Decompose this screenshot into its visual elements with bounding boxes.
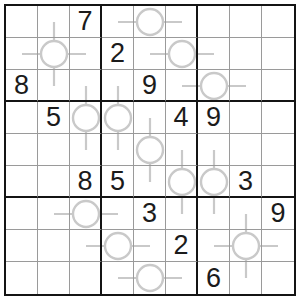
cell-r3c3[interactable]	[70, 70, 102, 102]
cell-r5c8[interactable]	[230, 134, 262, 166]
given-digit: 8	[77, 168, 92, 195]
cell-r3c9[interactable]	[262, 70, 294, 102]
given-digit: 2	[173, 232, 188, 259]
cell-r4c2: 5	[38, 102, 70, 134]
cell-r7c7[interactable]	[198, 198, 230, 230]
cell-r1c9[interactable]	[262, 6, 294, 38]
cell-r5c5[interactable]	[134, 134, 166, 166]
given-digit: 9	[142, 72, 157, 99]
cell-r6c2[interactable]	[38, 166, 70, 198]
cell-r5c1[interactable]	[6, 134, 38, 166]
cell-r3c7[interactable]	[198, 70, 230, 102]
cell-r7c8[interactable]	[230, 198, 262, 230]
cell-r2c4: 2	[102, 38, 134, 70]
cell-r9c1[interactable]	[6, 262, 38, 294]
cell-r2c3[interactable]	[70, 38, 102, 70]
cell-r8c5[interactable]	[134, 230, 166, 262]
cell-r5c7[interactable]	[198, 134, 230, 166]
cell-r2c6[interactable]	[166, 38, 198, 70]
cell-r5c6[interactable]	[166, 134, 198, 166]
cell-r2c7[interactable]	[198, 38, 230, 70]
cell-r6c6[interactable]	[166, 166, 198, 198]
cell-r6c5[interactable]	[134, 166, 166, 198]
cell-r4c3[interactable]	[70, 102, 102, 134]
cell-r4c6: 4	[166, 102, 198, 134]
given-digit: 5	[110, 168, 125, 195]
cell-r1c4[interactable]	[102, 6, 134, 38]
cell-r4c4[interactable]	[102, 102, 134, 134]
cell-r4c8[interactable]	[230, 102, 262, 134]
cell-r7c3[interactable]	[70, 198, 102, 230]
cell-r7c2[interactable]	[38, 198, 70, 230]
cell-r8c4[interactable]	[102, 230, 134, 262]
cell-r1c6[interactable]	[166, 6, 198, 38]
cell-r8c7[interactable]	[198, 230, 230, 262]
given-digit: 7	[77, 8, 92, 35]
cell-r1c8[interactable]	[230, 6, 262, 38]
cell-r2c2[interactable]	[38, 38, 70, 70]
cell-r8c8[interactable]	[230, 230, 262, 262]
cell-r9c9[interactable]	[262, 262, 294, 294]
cell-r2c5[interactable]	[134, 38, 166, 70]
cell-r3c2[interactable]	[38, 70, 70, 102]
cell-r5c9[interactable]	[262, 134, 294, 166]
cell-r4c9[interactable]	[262, 102, 294, 134]
cell-r1c7[interactable]	[198, 6, 230, 38]
cell-r9c6[interactable]	[166, 262, 198, 294]
cell-r3c1: 8	[6, 70, 38, 102]
cell-r4c5[interactable]	[134, 102, 166, 134]
cell-r5c2[interactable]	[38, 134, 70, 166]
cell-r8c9[interactable]	[262, 230, 294, 262]
cell-r8c2[interactable]	[38, 230, 70, 262]
cell-r3c4[interactable]	[102, 70, 134, 102]
cell-r5c3[interactable]	[70, 134, 102, 166]
cell-r2c9[interactable]	[262, 38, 294, 70]
given-digit: 6	[206, 265, 221, 292]
cell-r9c5[interactable]	[134, 262, 166, 294]
cell-r6c7[interactable]	[198, 166, 230, 198]
cell-r6c9[interactable]	[262, 166, 294, 198]
cell-r7c9: 9	[262, 198, 294, 230]
cell-r9c7: 6	[198, 262, 230, 294]
cell-r6c4: 5	[102, 166, 134, 198]
cell-r9c3[interactable]	[70, 262, 102, 294]
cell-r8c6: 2	[166, 230, 198, 262]
cell-r4c1[interactable]	[6, 102, 38, 134]
cell-r7c1[interactable]	[6, 198, 38, 230]
given-digit: 8	[14, 72, 29, 99]
cell-r3c8[interactable]	[230, 70, 262, 102]
cell-r8c1[interactable]	[6, 230, 38, 262]
cell-r9c8[interactable]	[230, 262, 262, 294]
cell-r3c5: 9	[134, 70, 166, 102]
given-digit: 2	[110, 40, 125, 67]
given-digit: 9	[206, 104, 221, 131]
cell-r1c1[interactable]	[6, 6, 38, 38]
cell-r8c3[interactable]	[70, 230, 102, 262]
cell-r5c4[interactable]	[102, 134, 134, 166]
cell-r9c4[interactable]	[102, 262, 134, 294]
cell-r6c1[interactable]	[6, 166, 38, 198]
cell-r3c6[interactable]	[166, 70, 198, 102]
cell-r1c3: 7	[70, 6, 102, 38]
cell-r2c8[interactable]	[230, 38, 262, 70]
cell-r6c8: 3	[230, 166, 262, 198]
cell-r1c5[interactable]	[134, 6, 166, 38]
cell-r2c1[interactable]	[6, 38, 38, 70]
cell-r7c6[interactable]	[166, 198, 198, 230]
cell-r4c7: 9	[198, 102, 230, 134]
cell-r6c3: 8	[70, 166, 102, 198]
given-digit: 9	[270, 200, 285, 227]
given-digit: 3	[238, 168, 253, 195]
cell-r1c2[interactable]	[38, 6, 70, 38]
given-digit: 4	[173, 104, 188, 131]
cell-r7c4[interactable]	[102, 198, 134, 230]
given-digit: 5	[46, 104, 61, 131]
cell-r9c2[interactable]	[38, 262, 70, 294]
sudoku-board: 72895498533926	[4, 4, 296, 296]
cell-r7c5: 3	[134, 198, 166, 230]
given-digit: 3	[142, 200, 157, 227]
